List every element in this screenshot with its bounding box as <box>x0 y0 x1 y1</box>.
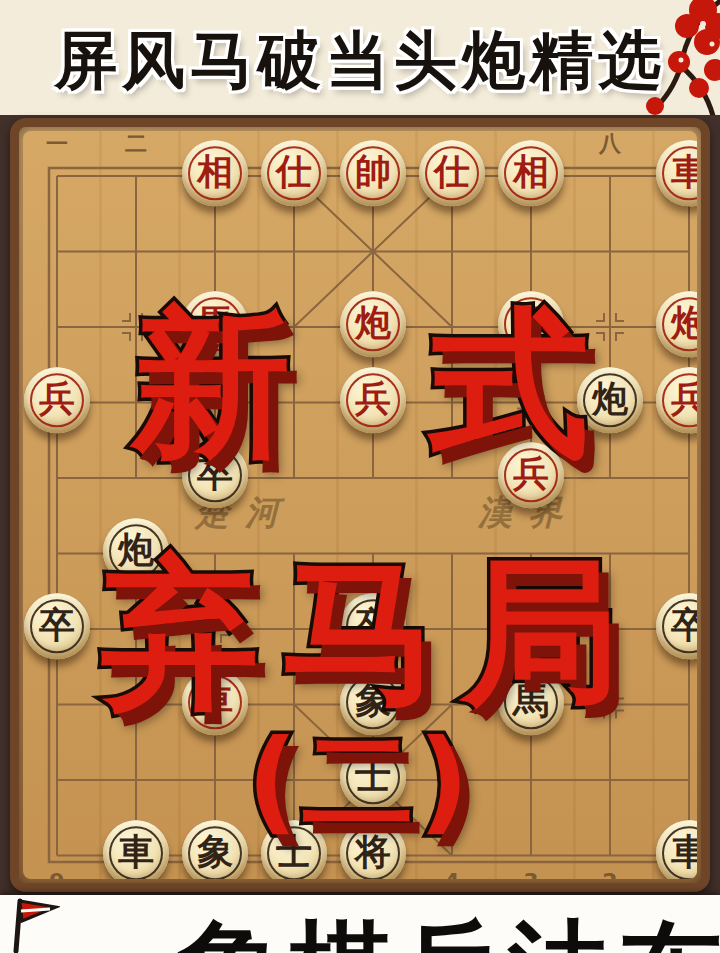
piece-character: 将 <box>355 834 391 870</box>
bottom-file-label: 2 <box>602 869 617 880</box>
piece-character: 卒 <box>39 607 75 643</box>
piece-character: 卒 <box>355 607 391 643</box>
piece-character: 車 <box>118 834 154 870</box>
xiangqi-board[interactable]: 一二八9432 楚河 漢界 相仕帥仕相車馬炮馬炮兵兵炮兵卒兵炮卒卒卒卒車象馬士車… <box>10 118 710 892</box>
black-piece-士[interactable]: 士 <box>340 744 406 810</box>
piece-character: 車 <box>671 834 697 870</box>
black-piece-卒[interactable]: 卒 <box>498 593 564 659</box>
piece-character: 象 <box>355 683 391 719</box>
black-piece-卒[interactable]: 卒 <box>24 593 90 659</box>
piece-character: 帥 <box>355 154 391 190</box>
piece-character: 仕 <box>434 154 470 190</box>
page: 屏风马破当头炮精选 一二八9432 楚河 漢界 相仕帥仕相車馬炮馬炮兵兵炮兵卒兵… <box>0 0 720 953</box>
red-piece-相[interactable]: 相 <box>498 140 564 206</box>
red-piece-兵[interactable]: 兵 <box>340 367 406 433</box>
bottom-file-label: 9 <box>49 869 64 880</box>
black-piece-卒[interactable]: 卒 <box>182 442 248 508</box>
red-piece-馬[interactable]: 馬 <box>182 291 248 357</box>
title-band: 屏风马破当头炮精选 <box>0 0 720 115</box>
black-piece-馬[interactable]: 馬 <box>498 669 564 735</box>
piece-character: 象 <box>197 834 233 870</box>
black-piece-炮[interactable]: 炮 <box>103 518 169 584</box>
board-band: 一二八9432 楚河 漢界 相仕帥仕相車馬炮馬炮兵兵炮兵卒兵炮卒卒卒卒車象馬士車… <box>0 115 720 895</box>
piece-character: 兵 <box>355 381 391 417</box>
piece-character: 兵 <box>671 381 697 417</box>
black-piece-象[interactable]: 象 <box>182 820 248 879</box>
black-piece-士[interactable]: 士 <box>261 820 327 879</box>
red-piece-炮[interactable]: 炮 <box>340 291 406 357</box>
top-file-label: 一 <box>46 131 68 159</box>
footer-caption: 象棋兵法布局破解 <box>178 901 720 953</box>
black-piece-卒[interactable]: 卒 <box>340 593 406 659</box>
top-file-label: 二 <box>125 131 147 159</box>
piece-character: 士 <box>355 758 391 794</box>
piece-character: 馬 <box>513 305 549 341</box>
piece-character: 炮 <box>118 532 154 568</box>
piece-character: 相 <box>513 154 549 190</box>
piece-character: 車 <box>671 154 697 190</box>
board-surface: 一二八9432 楚河 漢界 相仕帥仕相車馬炮馬炮兵兵炮兵卒兵炮卒卒卒卒車象馬士車… <box>23 131 697 879</box>
piece-character: 馬 <box>513 683 549 719</box>
piece-character: 炮 <box>592 381 628 417</box>
piece-character: 士 <box>276 834 312 870</box>
flag-icon <box>6 897 60 953</box>
red-piece-車[interactable]: 車 <box>182 669 248 735</box>
piece-character: 卒 <box>513 607 549 643</box>
bottom-file-label: 3 <box>523 869 538 880</box>
red-piece-仕[interactable]: 仕 <box>261 140 327 206</box>
black-piece-車[interactable]: 車 <box>103 820 169 879</box>
black-piece-象[interactable]: 象 <box>340 669 406 735</box>
red-piece-相[interactable]: 相 <box>182 140 248 206</box>
page-title: 屏风马破当头炮精选 <box>0 18 720 104</box>
piece-character: 兵 <box>513 456 549 492</box>
red-piece-兵[interactable]: 兵 <box>498 442 564 508</box>
black-piece-将[interactable]: 将 <box>340 820 406 879</box>
piece-character: 卒 <box>197 456 233 492</box>
plum-blossom-decoration <box>615 0 720 118</box>
red-piece-馬[interactable]: 馬 <box>498 291 564 357</box>
piece-character: 炮 <box>671 305 697 341</box>
piece-character: 相 <box>197 154 233 190</box>
red-piece-仕[interactable]: 仕 <box>419 140 485 206</box>
piece-character: 馬 <box>197 305 233 341</box>
footer-band: 象棋兵法布局破解 <box>0 895 720 953</box>
piece-character: 車 <box>197 683 233 719</box>
piece-character: 炮 <box>355 305 391 341</box>
black-piece-炮[interactable]: 炮 <box>577 367 643 433</box>
piece-character: 卒 <box>671 607 697 643</box>
red-piece-兵[interactable]: 兵 <box>24 367 90 433</box>
top-file-label: 八 <box>599 131 621 159</box>
bottom-file-label: 4 <box>444 869 459 880</box>
red-piece-帥[interactable]: 帥 <box>340 140 406 206</box>
piece-character: 仕 <box>276 154 312 190</box>
piece-character: 兵 <box>39 381 75 417</box>
